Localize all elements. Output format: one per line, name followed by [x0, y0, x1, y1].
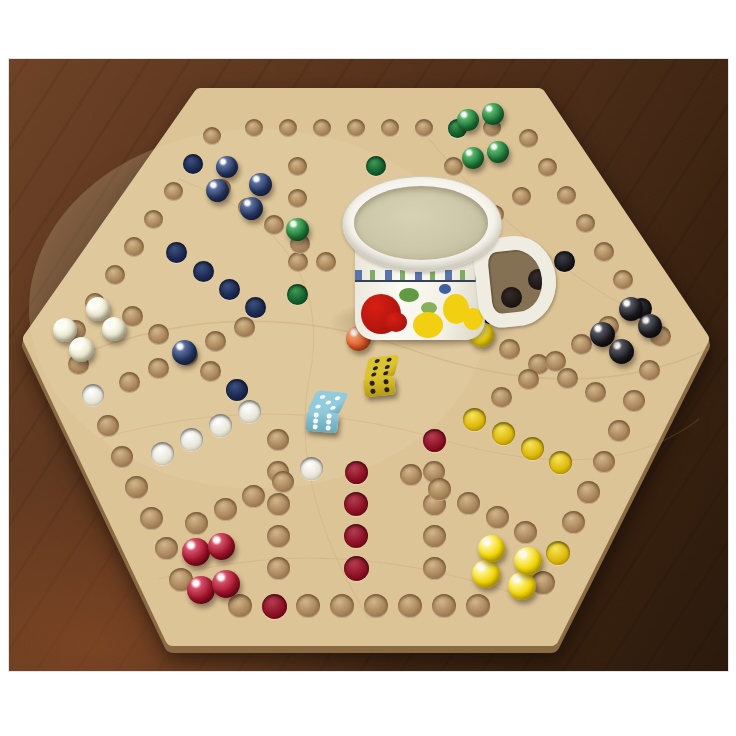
- mug-fruit-motif: [439, 284, 451, 294]
- track-hole[interactable]: [444, 157, 463, 176]
- die-pip: [313, 425, 318, 430]
- track-hole[interactable]: [593, 451, 615, 473]
- track-hole[interactable]: [398, 594, 422, 618]
- marble-yellow[interactable]: [514, 547, 542, 575]
- die-pip: [374, 359, 380, 364]
- start-hole-red[interactable]: [262, 594, 287, 619]
- die-pip: [325, 400, 332, 404]
- track-hole[interactable]: [148, 358, 169, 379]
- track-hole[interactable]: [364, 594, 388, 618]
- track-hole[interactable]: [313, 119, 331, 137]
- castle-hole-navy[interactable]: [219, 279, 240, 300]
- track-hole[interactable]: [457, 492, 480, 515]
- track-hole[interactable]: [288, 157, 307, 176]
- track-hole[interactable]: [577, 481, 600, 504]
- track-hole[interactable]: [267, 525, 290, 548]
- castle-hole-green[interactable]: [366, 156, 386, 176]
- die-pip: [313, 419, 318, 424]
- castle-hole-red[interactable]: [345, 461, 368, 484]
- track-hole[interactable]: [228, 594, 252, 618]
- marble-red[interactable]: [208, 533, 235, 560]
- track-hole[interactable]: [164, 182, 183, 201]
- track-hole[interactable]: [288, 189, 307, 208]
- die-pip: [386, 358, 392, 363]
- track-hole[interactable]: [423, 557, 446, 580]
- start-hole-navy[interactable]: [183, 154, 203, 174]
- castle-hole-red[interactable]: [344, 524, 368, 548]
- die-pip: [335, 396, 342, 400]
- track-hole[interactable]: [576, 214, 595, 233]
- track-hole[interactable]: [144, 210, 163, 229]
- marble-red[interactable]: [212, 570, 240, 598]
- track-hole[interactable]: [486, 506, 509, 529]
- marble-red[interactable]: [187, 576, 215, 604]
- marble-navy[interactable]: [240, 197, 263, 220]
- track-hole[interactable]: [545, 351, 566, 372]
- track-hole[interactable]: [608, 420, 630, 442]
- track-hole[interactable]: [639, 360, 660, 381]
- die-pip: [383, 371, 389, 376]
- track-hole[interactable]: [242, 485, 265, 508]
- track-hole[interactable]: [267, 557, 290, 580]
- marble-yellow[interactable]: [478, 535, 505, 562]
- marble-green[interactable]: [487, 141, 509, 163]
- track-hole[interactable]: [296, 594, 320, 618]
- track-hole[interactable]: [245, 119, 263, 137]
- track-hole[interactable]: [140, 507, 163, 530]
- blue-die[interactable]: [305, 390, 341, 435]
- track-hole[interactable]: [432, 594, 456, 618]
- die-pip: [384, 387, 389, 392]
- track-hole[interactable]: [400, 464, 422, 486]
- marble-navy[interactable]: [216, 156, 238, 178]
- apex-hole-green[interactable]: [287, 284, 308, 305]
- mug-fruit-motif: [413, 312, 443, 338]
- castle-hole-red[interactable]: [344, 556, 369, 581]
- castle-hole-navy[interactable]: [193, 261, 214, 282]
- marble-black[interactable]: [609, 339, 634, 364]
- track-hole[interactable]: [415, 119, 433, 137]
- track-hole[interactable]: [272, 471, 294, 493]
- track-hole[interactable]: [423, 525, 446, 548]
- track-hole[interactable]: [214, 498, 237, 521]
- track-hole[interactable]: [105, 265, 125, 285]
- track-hole[interactable]: [97, 415, 119, 437]
- die-pip: [385, 364, 391, 369]
- apex-hole-navy[interactable]: [226, 379, 248, 401]
- castle-hole-white[interactable]: [209, 414, 232, 437]
- marble-green[interactable]: [457, 109, 479, 131]
- marble-green[interactable]: [286, 218, 309, 241]
- track-hole[interactable]: [562, 511, 585, 534]
- die-front-face-6: [305, 411, 339, 434]
- die-pip: [319, 394, 326, 398]
- castle-hole-red[interactable]: [344, 492, 368, 516]
- marble-yellow[interactable]: [472, 560, 500, 588]
- mug-rim: [342, 176, 502, 272]
- yellow-die[interactable]: [361, 355, 396, 398]
- marble-yellow[interactable]: [508, 572, 536, 600]
- die-pip: [372, 365, 378, 370]
- marble-black[interactable]: [590, 322, 615, 347]
- marble-green[interactable]: [482, 103, 504, 125]
- track-hole[interactable]: [347, 119, 365, 137]
- die-pip: [326, 420, 331, 425]
- mug-pattern-fruit-band: [355, 280, 485, 338]
- track-hole[interactable]: [111, 446, 133, 468]
- track-hole[interactable]: [288, 252, 308, 272]
- marble-white[interactable]: [86, 297, 110, 321]
- castle-hole-white[interactable]: [151, 442, 174, 465]
- die-pip: [314, 413, 319, 418]
- track-hole[interactable]: [466, 594, 490, 618]
- track-hole[interactable]: [330, 594, 354, 618]
- die-pip: [371, 372, 377, 377]
- die-pip: [370, 389, 375, 394]
- castle-hole-yellow[interactable]: [521, 437, 544, 460]
- track-hole[interactable]: [203, 127, 221, 145]
- marble-navy[interactable]: [172, 340, 197, 365]
- track-hole[interactable]: [279, 119, 297, 137]
- track-hole[interactable]: [518, 369, 539, 390]
- marble-red[interactable]: [182, 538, 210, 566]
- die-front-face-4: [363, 375, 396, 397]
- die-pip: [315, 404, 322, 408]
- apex-hole-red[interactable]: [423, 429, 446, 452]
- mug-fruit-motif: [399, 288, 419, 302]
- track-hole[interactable]: [428, 478, 451, 501]
- mug-interior: [354, 186, 488, 260]
- photo: [8, 58, 729, 672]
- marble-green[interactable]: [462, 147, 484, 169]
- track-hole[interactable]: [623, 390, 645, 412]
- marble-white[interactable]: [102, 317, 126, 341]
- start-hole-yellow[interactable]: [546, 541, 570, 565]
- track-hole[interactable]: [514, 521, 537, 544]
- mug-fruit-motif: [385, 312, 407, 332]
- track-hole[interactable]: [538, 158, 557, 177]
- track-hole[interactable]: [557, 186, 576, 205]
- coffee-mug[interactable]: [342, 176, 520, 346]
- track-hole[interactable]: [267, 429, 289, 451]
- die-pip: [370, 380, 375, 385]
- track-hole[interactable]: [155, 537, 178, 560]
- die-pip: [330, 406, 337, 410]
- track-hole[interactable]: [381, 119, 399, 137]
- track-hole[interactable]: [119, 372, 140, 393]
- marble-navy[interactable]: [206, 179, 229, 202]
- die-pip: [326, 414, 331, 419]
- track-hole[interactable]: [594, 242, 614, 262]
- die-pip: [325, 426, 330, 431]
- castle-hole-white[interactable]: [180, 428, 203, 451]
- marble-navy[interactable]: [249, 173, 272, 196]
- die-pip: [383, 379, 388, 384]
- track-hole[interactable]: [267, 493, 290, 516]
- track-hole[interactable]: [571, 334, 592, 355]
- track-hole[interactable]: [185, 512, 208, 535]
